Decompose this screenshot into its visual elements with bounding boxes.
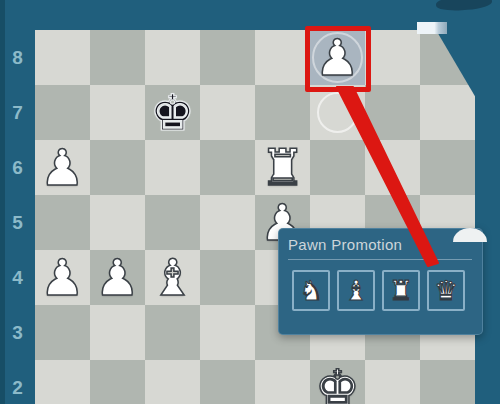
piece-white-pawn-a4[interactable]: ♟ [35,250,90,305]
square-d8[interactable] [200,30,255,85]
promotion-options: ♞ ♝ ♜ ♛ [292,270,482,311]
square-e7[interactable] [255,85,310,140]
square-e8[interactable] [255,30,310,85]
square-f6[interactable] [310,140,365,195]
video-artifact [436,0,493,12]
chess-app-screen: ♟♚♟♜♟♟♟♝♚ 8765432 Pawn Promotion ♞ ♝ ♜ ♛ [0,0,500,404]
rank-label-6: 6 [0,140,35,195]
piece-white-pawn-a6[interactable]: ♟ [35,140,90,195]
square-a2[interactable] [35,360,90,404]
rank-label-5: 5 [0,195,35,250]
square-d5[interactable] [200,195,255,250]
square-d3[interactable] [200,305,255,360]
square-b5[interactable] [90,195,145,250]
ui-artifact-tab [417,22,447,34]
square-h6[interactable] [420,140,475,195]
rook-icon: ♜ [389,277,413,304]
rank-labels: 8765432 [0,30,35,404]
square-a7[interactable] [35,85,90,140]
square-d4[interactable] [200,250,255,305]
piece-white-rook-e6[interactable]: ♜ [255,140,310,195]
square-c5[interactable] [145,195,200,250]
pawn-promotion-dialog: Pawn Promotion ♞ ♝ ♜ ♛ [278,228,483,335]
promote-queen-button[interactable]: ♛ [427,270,465,311]
promote-bishop-button[interactable]: ♝ [337,270,375,311]
dialog-separator [288,259,472,260]
square-g6[interactable] [365,140,420,195]
target-square-ring [317,92,358,133]
square-b7[interactable] [90,85,145,140]
square-b3[interactable] [90,305,145,360]
square-g8[interactable] [365,30,420,85]
bishop-icon: ♝ [344,277,368,304]
square-c2[interactable] [145,360,200,404]
piece-white-bishop-c4[interactable]: ♝ [145,250,200,305]
square-c8[interactable] [145,30,200,85]
square-d6[interactable] [200,140,255,195]
piece-white-king-f2[interactable]: ♚ [310,360,365,404]
square-g7[interactable] [365,85,420,140]
piece-white-pawn-b4[interactable]: ♟ [90,250,145,305]
promote-knight-button[interactable]: ♞ [292,270,330,311]
square-c3[interactable] [145,305,200,360]
square-a8[interactable] [35,30,90,85]
square-c6[interactable] [145,140,200,195]
rank-label-4: 4 [0,250,35,305]
square-b6[interactable] [90,140,145,195]
promote-rook-button[interactable]: ♜ [382,270,420,311]
square-b8[interactable] [90,30,145,85]
square-f7[interactable] [310,85,365,140]
knight-icon: ♞ [299,277,323,304]
queen-icon: ♛ [434,277,458,304]
rank-label-3: 3 [0,305,35,360]
chess-board[interactable]: ♟♚♟♜♟♟♟♝♚ [35,30,475,404]
square-d7[interactable] [200,85,255,140]
square-h7[interactable] [420,85,475,140]
square-h2[interactable] [420,360,475,404]
rank-label-8: 8 [0,30,35,85]
square-a5[interactable] [35,195,90,250]
rank-label-7: 7 [0,85,35,140]
promotion-square-highlight-box [305,26,371,92]
square-a3[interactable] [35,305,90,360]
square-d2[interactable] [200,360,255,404]
rank-label-2: 2 [0,360,35,404]
dialog-title: Pawn Promotion [279,229,482,256]
square-b2[interactable] [90,360,145,404]
square-g2[interactable] [365,360,420,404]
square-e2[interactable] [255,360,310,404]
piece-black-king-c7[interactable]: ♚ [145,85,200,140]
